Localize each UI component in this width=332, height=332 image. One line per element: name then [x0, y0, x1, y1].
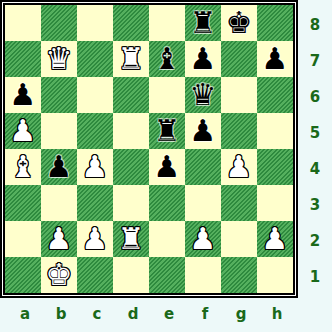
square-c1[interactable]	[77, 257, 113, 293]
square-e3[interactable]	[149, 185, 185, 221]
square-c2[interactable]: ♟	[77, 221, 113, 257]
rank-label-6: 6	[298, 79, 332, 115]
square-c6[interactable]	[77, 77, 113, 113]
rank-label-1: 1	[298, 259, 332, 295]
square-h3[interactable]	[257, 185, 293, 221]
piece-black-rook[interactable]: ♜	[154, 113, 181, 149]
file-label-e: e	[151, 300, 187, 328]
rank-labels: 8 7 6 5 4 3 2 1	[298, 7, 332, 295]
square-e4[interactable]: ♟	[149, 149, 185, 185]
square-e6[interactable]	[149, 77, 185, 113]
square-d6[interactable]	[113, 77, 149, 113]
piece-black-rook[interactable]: ♜	[190, 5, 217, 41]
square-b5[interactable]	[41, 113, 77, 149]
rank-label-7: 7	[298, 43, 332, 79]
square-b3[interactable]	[41, 185, 77, 221]
file-labels: a b c d e f g h	[7, 300, 295, 328]
rank-label-3: 3	[298, 187, 332, 223]
square-c8[interactable]	[77, 5, 113, 41]
square-c7[interactable]	[77, 41, 113, 77]
square-h2[interactable]: ♟	[257, 221, 293, 257]
piece-white-pawn[interactable]: ♟	[82, 221, 109, 257]
square-g6[interactable]	[221, 77, 257, 113]
square-f4[interactable]	[185, 149, 221, 185]
square-b8[interactable]	[41, 5, 77, 41]
square-g1[interactable]	[221, 257, 257, 293]
board-border: ♜♚♛♜♝♟♟♟♛♟♜♟♝♟♟♟♟♟♟♜♟♟♚	[3, 3, 295, 295]
piece-white-rook[interactable]: ♜	[118, 41, 145, 77]
file-label-c: c	[79, 300, 115, 328]
square-c5[interactable]	[77, 113, 113, 149]
square-g2[interactable]	[221, 221, 257, 257]
square-h7[interactable]: ♟	[257, 41, 293, 77]
file-label-b: b	[43, 300, 79, 328]
file-label-a: a	[7, 300, 43, 328]
square-d2[interactable]: ♜	[113, 221, 149, 257]
square-b7[interactable]: ♛	[41, 41, 77, 77]
square-e8[interactable]	[149, 5, 185, 41]
square-a6[interactable]: ♟	[5, 77, 41, 113]
square-h8[interactable]	[257, 5, 293, 41]
square-d5[interactable]	[113, 113, 149, 149]
rank-label-4: 4	[298, 151, 332, 187]
square-a5[interactable]: ♟	[5, 113, 41, 149]
square-g7[interactable]	[221, 41, 257, 77]
square-a7[interactable]	[5, 41, 41, 77]
piece-black-king[interactable]: ♚	[226, 5, 253, 41]
file-label-h: h	[259, 300, 295, 328]
square-g3[interactable]	[221, 185, 257, 221]
file-label-g: g	[223, 300, 259, 328]
square-f7[interactable]: ♟	[185, 41, 221, 77]
square-h5[interactable]	[257, 113, 293, 149]
square-e5[interactable]: ♜	[149, 113, 185, 149]
piece-white-pawn[interactable]: ♟	[10, 113, 37, 149]
square-h6[interactable]	[257, 77, 293, 113]
square-e1[interactable]	[149, 257, 185, 293]
square-c4[interactable]: ♟	[77, 149, 113, 185]
square-e2[interactable]	[149, 221, 185, 257]
piece-white-pawn[interactable]: ♟	[46, 221, 73, 257]
piece-white-bishop[interactable]: ♝	[10, 149, 37, 185]
piece-white-rook[interactable]: ♜	[118, 221, 145, 257]
square-e7[interactable]: ♝	[149, 41, 185, 77]
file-label-d: d	[115, 300, 151, 328]
piece-black-pawn[interactable]: ♟	[10, 77, 37, 113]
piece-black-bishop[interactable]: ♝	[154, 41, 181, 77]
square-d1[interactable]	[113, 257, 149, 293]
piece-black-pawn[interactable]: ♟	[46, 149, 73, 185]
piece-black-queen[interactable]: ♛	[190, 77, 217, 113]
rank-label-2: 2	[298, 223, 332, 259]
square-b2[interactable]: ♟	[41, 221, 77, 257]
square-g4[interactable]: ♟	[221, 149, 257, 185]
square-b1[interactable]: ♚	[41, 257, 77, 293]
square-a3[interactable]	[5, 185, 41, 221]
square-g8[interactable]: ♚	[221, 5, 257, 41]
square-h1[interactable]	[257, 257, 293, 293]
square-d3[interactable]	[113, 185, 149, 221]
square-d4[interactable]	[113, 149, 149, 185]
square-f2[interactable]: ♟	[185, 221, 221, 257]
piece-black-pawn[interactable]: ♟	[190, 41, 217, 77]
square-d8[interactable]	[113, 5, 149, 41]
square-f1[interactable]	[185, 257, 221, 293]
square-c3[interactable]	[77, 185, 113, 221]
piece-white-pawn[interactable]: ♟	[190, 221, 217, 257]
piece-black-pawn[interactable]: ♟	[154, 149, 181, 185]
square-a4[interactable]: ♝	[5, 149, 41, 185]
square-f3[interactable]	[185, 185, 221, 221]
piece-white-pawn[interactable]: ♟	[262, 221, 289, 257]
square-b6[interactable]	[41, 77, 77, 113]
square-a8[interactable]	[5, 5, 41, 41]
piece-black-pawn[interactable]: ♟	[190, 113, 217, 149]
square-f5[interactable]: ♟	[185, 113, 221, 149]
square-f6[interactable]: ♛	[185, 77, 221, 113]
file-label-f: f	[187, 300, 223, 328]
board-frame: ♜♚♛♜♝♟♟♟♛♟♜♟♝♟♟♟♟♟♟♜♟♟♚	[0, 0, 298, 298]
piece-black-pawn[interactable]: ♟	[262, 41, 289, 77]
piece-white-pawn[interactable]: ♟	[82, 149, 109, 185]
piece-white-pawn[interactable]: ♟	[226, 149, 253, 185]
square-a2[interactable]	[5, 221, 41, 257]
board: ♜♚♛♜♝♟♟♟♛♟♜♟♝♟♟♟♟♟♟♜♟♟♚	[5, 5, 293, 293]
square-d7[interactable]: ♜	[113, 41, 149, 77]
piece-white-queen[interactable]: ♛	[46, 41, 73, 77]
chess-diagram: ♜♚♛♜♝♟♟♟♛♟♜♟♝♟♟♟♟♟♟♜♟♟♚ 8 7 6 5 4 3 2 1 …	[0, 0, 332, 332]
square-g5[interactable]	[221, 113, 257, 149]
square-a1[interactable]	[5, 257, 41, 293]
square-h4[interactable]	[257, 149, 293, 185]
piece-white-king[interactable]: ♚	[46, 257, 73, 293]
rank-label-8: 8	[298, 7, 332, 43]
square-f8[interactable]: ♜	[185, 5, 221, 41]
rank-label-5: 5	[298, 115, 332, 151]
square-b4[interactable]: ♟	[41, 149, 77, 185]
